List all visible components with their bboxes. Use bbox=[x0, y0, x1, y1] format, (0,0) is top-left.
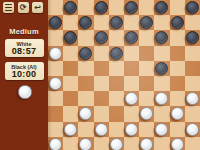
black-man-r0c3[interactable] bbox=[95, 1, 108, 14]
white-man-r8c5[interactable] bbox=[125, 123, 138, 136]
square-r4c3[interactable] bbox=[94, 61, 109, 76]
square-r2c3[interactable] bbox=[94, 30, 109, 45]
square-r7c4[interactable] bbox=[109, 106, 124, 121]
black-clock-card: Black (AI) 10:00 bbox=[5, 62, 44, 80]
square-r9c1[interactable] bbox=[63, 137, 78, 150]
square-r0c7[interactable] bbox=[154, 0, 169, 15]
square-r3c6[interactable] bbox=[139, 46, 154, 61]
white-clock-card: White 08:57 bbox=[5, 39, 44, 57]
square-r2c1[interactable] bbox=[63, 30, 78, 45]
square-r7c6[interactable] bbox=[139, 106, 154, 121]
square-r3c0[interactable] bbox=[48, 46, 63, 61]
square-r8c3[interactable] bbox=[94, 122, 109, 137]
undo-icon: ↩ bbox=[34, 3, 41, 11]
black-man-r2c9[interactable] bbox=[186, 31, 199, 44]
square-r2c0[interactable] bbox=[48, 30, 63, 45]
square-r1c7[interactable] bbox=[154, 15, 169, 30]
white-man-r6c5[interactable] bbox=[125, 92, 138, 105]
difficulty-label: Medium bbox=[0, 27, 48, 36]
black-man-r2c3[interactable] bbox=[95, 31, 108, 44]
white-man-r8c7[interactable] bbox=[155, 123, 168, 136]
square-r0c4[interactable] bbox=[109, 0, 124, 15]
square-r6c0[interactable] bbox=[48, 91, 63, 106]
square-r3c9[interactable] bbox=[185, 46, 200, 61]
square-r4c7[interactable] bbox=[154, 61, 169, 76]
square-r1c3[interactable] bbox=[94, 15, 109, 30]
hamburger-icon bbox=[5, 4, 12, 12]
square-r7c7[interactable] bbox=[154, 106, 169, 121]
square-r5c9[interactable] bbox=[185, 76, 200, 91]
square-r8c1[interactable] bbox=[63, 122, 78, 137]
square-r1c2[interactable] bbox=[78, 15, 93, 30]
square-r9c9[interactable] bbox=[185, 137, 200, 150]
square-r9c0[interactable] bbox=[48, 137, 63, 150]
square-r0c2[interactable] bbox=[78, 0, 93, 15]
square-r0c9[interactable] bbox=[185, 0, 200, 15]
square-r6c5[interactable] bbox=[124, 91, 139, 106]
white-man-r9c2[interactable] bbox=[79, 138, 92, 150]
square-r9c8[interactable] bbox=[170, 137, 185, 150]
square-r1c8[interactable] bbox=[170, 15, 185, 30]
black-man-r1c0[interactable] bbox=[49, 16, 62, 29]
square-r5c7[interactable] bbox=[154, 76, 169, 91]
square-r5c6[interactable] bbox=[139, 76, 154, 91]
square-r1c0[interactable] bbox=[48, 15, 63, 30]
black-man-r4c7[interactable] bbox=[155, 62, 168, 75]
square-r5c8[interactable] bbox=[170, 76, 185, 91]
square-r4c2[interactable] bbox=[78, 61, 93, 76]
square-r8c9[interactable] bbox=[185, 122, 200, 137]
square-r2c4[interactable] bbox=[109, 30, 124, 45]
white-man-r8c3[interactable] bbox=[95, 123, 108, 136]
white-man-r9c0[interactable] bbox=[49, 138, 62, 150]
black-man-r0c7[interactable] bbox=[155, 1, 168, 14]
black-man-r3c4[interactable] bbox=[110, 47, 123, 60]
square-r7c0[interactable] bbox=[48, 106, 63, 121]
black-man-r1c8[interactable] bbox=[171, 16, 184, 29]
square-r0c0[interactable] bbox=[48, 0, 63, 15]
square-r9c6[interactable] bbox=[139, 137, 154, 150]
white-man-r7c6[interactable] bbox=[140, 107, 153, 120]
square-r5c0[interactable] bbox=[48, 76, 63, 91]
square-r2c9[interactable] bbox=[185, 30, 200, 45]
square-r7c2[interactable] bbox=[78, 106, 93, 121]
square-r4c1[interactable] bbox=[63, 61, 78, 76]
square-r4c6[interactable] bbox=[139, 61, 154, 76]
square-r8c7[interactable] bbox=[154, 122, 169, 137]
square-r0c3[interactable] bbox=[94, 0, 109, 15]
black-man-r0c5[interactable] bbox=[125, 1, 138, 14]
square-r7c1[interactable] bbox=[63, 106, 78, 121]
draughts-board bbox=[48, 0, 200, 150]
square-r4c9[interactable] bbox=[185, 61, 200, 76]
square-r7c3[interactable] bbox=[94, 106, 109, 121]
square-r9c2[interactable] bbox=[78, 137, 93, 150]
square-r5c1[interactable] bbox=[63, 76, 78, 91]
square-r1c6[interactable] bbox=[139, 15, 154, 30]
square-r3c5[interactable] bbox=[124, 46, 139, 61]
square-r3c3[interactable] bbox=[94, 46, 109, 61]
turn-indicator-white-piece bbox=[18, 85, 32, 99]
square-r8c8[interactable] bbox=[170, 122, 185, 137]
square-r5c3[interactable] bbox=[94, 76, 109, 91]
square-r3c2[interactable] bbox=[78, 46, 93, 61]
square-r7c8[interactable] bbox=[170, 106, 185, 121]
square-r1c9[interactable] bbox=[185, 15, 200, 30]
black-man-r1c6[interactable] bbox=[140, 16, 153, 29]
square-r8c5[interactable] bbox=[124, 122, 139, 137]
black-clock-time: 10:00 bbox=[12, 70, 37, 79]
white-man-r7c2[interactable] bbox=[79, 107, 92, 120]
checkers-app: ⟳ ↩ Medium White 08:57 Black (AI) 10:00 bbox=[0, 0, 200, 150]
white-man-r9c6[interactable] bbox=[140, 138, 153, 150]
square-r0c5[interactable] bbox=[124, 0, 139, 15]
square-r6c6[interactable] bbox=[139, 91, 154, 106]
square-r1c4[interactable] bbox=[109, 15, 124, 30]
white-man-r9c8[interactable] bbox=[171, 138, 184, 150]
black-man-r2c1[interactable] bbox=[64, 31, 77, 44]
square-r6c7[interactable] bbox=[154, 91, 169, 106]
black-man-r1c4[interactable] bbox=[110, 16, 123, 29]
square-r6c2[interactable] bbox=[78, 91, 93, 106]
black-man-r0c9[interactable] bbox=[186, 1, 199, 14]
menu-button[interactable] bbox=[3, 2, 14, 13]
square-r0c6[interactable] bbox=[139, 0, 154, 15]
square-r8c0[interactable] bbox=[48, 122, 63, 137]
square-r0c8[interactable] bbox=[170, 0, 185, 15]
square-r2c7[interactable] bbox=[154, 30, 169, 45]
square-r7c9[interactable] bbox=[185, 106, 200, 121]
square-r6c4[interactable] bbox=[109, 91, 124, 106]
square-r4c8[interactable] bbox=[170, 61, 185, 76]
white-man-r8c9[interactable] bbox=[186, 123, 199, 136]
white-man-r5c0[interactable] bbox=[49, 77, 62, 90]
white-man-r3c0[interactable] bbox=[49, 47, 62, 60]
square-r1c5[interactable] bbox=[124, 15, 139, 30]
square-r8c4[interactable] bbox=[109, 122, 124, 137]
square-r9c7[interactable] bbox=[154, 137, 169, 150]
restart-button[interactable]: ⟳ bbox=[18, 2, 29, 13]
white-man-r8c1[interactable] bbox=[64, 123, 77, 136]
white-man-r6c9[interactable] bbox=[186, 92, 199, 105]
square-r2c2[interactable] bbox=[78, 30, 93, 45]
black-man-r1c2[interactable] bbox=[79, 16, 92, 29]
square-r9c3[interactable] bbox=[94, 137, 109, 150]
undo-button[interactable]: ↩ bbox=[32, 2, 43, 13]
square-r7c5[interactable] bbox=[124, 106, 139, 121]
square-r3c7[interactable] bbox=[154, 46, 169, 61]
square-r9c5[interactable] bbox=[124, 137, 139, 150]
square-r3c4[interactable] bbox=[109, 46, 124, 61]
square-r8c6[interactable] bbox=[139, 122, 154, 137]
square-r3c8[interactable] bbox=[170, 46, 185, 61]
square-r6c3[interactable] bbox=[94, 91, 109, 106]
square-r2c5[interactable] bbox=[124, 30, 139, 45]
square-r5c4[interactable] bbox=[109, 76, 124, 91]
square-r3c1[interactable] bbox=[63, 46, 78, 61]
toolbar: ⟳ ↩ bbox=[3, 2, 43, 13]
restart-icon: ⟳ bbox=[20, 3, 27, 11]
sidebar: ⟳ ↩ Medium White 08:57 Black (AI) 10:00 bbox=[0, 0, 48, 150]
square-r2c6[interactable] bbox=[139, 30, 154, 45]
white-man-r6c7[interactable] bbox=[155, 92, 168, 105]
white-man-r7c8[interactable] bbox=[171, 107, 184, 120]
square-r5c5[interactable] bbox=[124, 76, 139, 91]
white-clock-time: 08:57 bbox=[12, 47, 37, 56]
black-man-r0c1[interactable] bbox=[64, 1, 77, 14]
square-r5c2[interactable] bbox=[78, 76, 93, 91]
square-r2c8[interactable] bbox=[170, 30, 185, 45]
square-r6c9[interactable] bbox=[185, 91, 200, 106]
black-man-r2c5[interactable] bbox=[125, 31, 138, 44]
square-r4c5[interactable] bbox=[124, 61, 139, 76]
white-man-r9c4[interactable] bbox=[110, 138, 123, 150]
square-r8c2[interactable] bbox=[78, 122, 93, 137]
square-r0c1[interactable] bbox=[63, 0, 78, 15]
square-r6c8[interactable] bbox=[170, 91, 185, 106]
square-r1c1[interactable] bbox=[63, 15, 78, 30]
black-man-r3c2[interactable] bbox=[79, 47, 92, 60]
square-r4c4[interactable] bbox=[109, 61, 124, 76]
square-r4c0[interactable] bbox=[48, 61, 63, 76]
black-man-r2c7[interactable] bbox=[155, 31, 168, 44]
square-r9c4[interactable] bbox=[109, 137, 124, 150]
square-r6c1[interactable] bbox=[63, 91, 78, 106]
